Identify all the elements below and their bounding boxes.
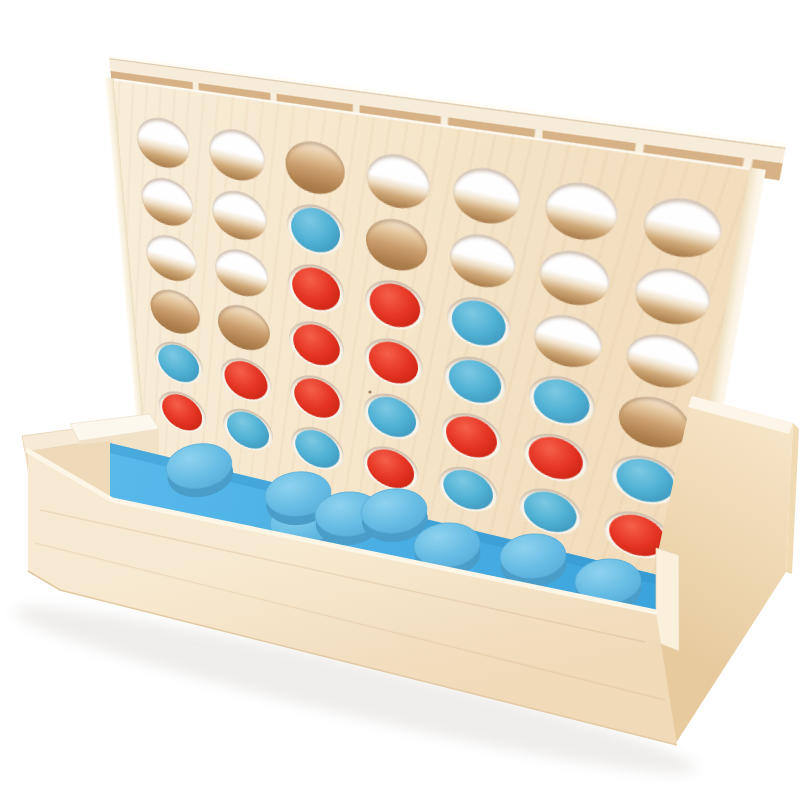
blue-disc xyxy=(522,486,578,538)
blue-disc xyxy=(291,204,340,257)
hole-blue-disc xyxy=(446,292,512,354)
hole-blue-disc xyxy=(291,421,344,476)
hole-empty xyxy=(537,245,612,311)
red-disc xyxy=(445,411,498,463)
product-photo-connect-four-set: { "game": "Connect Four", "object": "woo… xyxy=(0,0,800,800)
red-disc xyxy=(161,390,203,435)
blue-disc xyxy=(368,392,417,442)
red-disc xyxy=(369,279,421,332)
hole-empty xyxy=(366,214,428,276)
hole-red-disc xyxy=(220,353,272,407)
connect-four-board xyxy=(76,34,800,664)
hole-empty xyxy=(632,262,714,330)
blue-disc xyxy=(226,407,269,454)
hole-blue-disc xyxy=(364,388,422,445)
blue-disc xyxy=(295,425,340,473)
hole-blue-disc xyxy=(438,460,499,518)
hole-empty xyxy=(208,125,266,185)
hole-red-disc xyxy=(289,316,344,373)
hole-empty xyxy=(285,137,345,198)
blue-disc xyxy=(442,464,494,515)
red-disc xyxy=(294,374,340,423)
hole-empty xyxy=(211,186,267,244)
hole-red-disc xyxy=(290,370,344,426)
blue-disc xyxy=(451,296,507,351)
hole-empty xyxy=(532,309,605,373)
hole-red-disc xyxy=(157,386,207,438)
red-disc xyxy=(607,509,668,563)
hole-empty xyxy=(214,245,269,302)
hole-blue-disc xyxy=(222,403,273,456)
blue-disc xyxy=(614,453,677,508)
red-disc xyxy=(527,431,585,484)
red-disc xyxy=(367,444,415,493)
hole-empty xyxy=(140,174,195,231)
hole-blue-disc xyxy=(443,351,508,412)
hole-empty xyxy=(449,229,517,293)
hole-empty xyxy=(616,390,693,455)
red-disc xyxy=(292,263,340,314)
hole-empty xyxy=(149,285,201,339)
hole-blue-disc xyxy=(527,370,597,433)
hole-blue-disc xyxy=(153,337,204,390)
box-right-wall-outer-edge xyxy=(786,423,799,574)
hole-empty xyxy=(144,231,197,286)
blue-disc xyxy=(157,340,200,386)
hole-blue-disc xyxy=(286,200,344,260)
hole-empty xyxy=(135,114,191,172)
hole-red-disc xyxy=(364,333,423,392)
hole-empty xyxy=(543,178,620,246)
blue-disc xyxy=(448,355,503,408)
hole-red-disc xyxy=(288,259,345,317)
hole-empty xyxy=(624,328,703,394)
red-disc xyxy=(224,357,268,405)
red-disc xyxy=(293,320,340,370)
blue-disc xyxy=(532,374,592,429)
box-left-inner-face xyxy=(25,441,112,502)
hole-red-disc xyxy=(365,275,426,335)
hole-red-disc xyxy=(363,440,419,496)
hole-empty xyxy=(452,163,523,228)
hole-empty xyxy=(217,300,271,356)
hole-empty xyxy=(366,150,430,213)
red-disc xyxy=(369,337,419,389)
hole-empty xyxy=(640,193,725,263)
